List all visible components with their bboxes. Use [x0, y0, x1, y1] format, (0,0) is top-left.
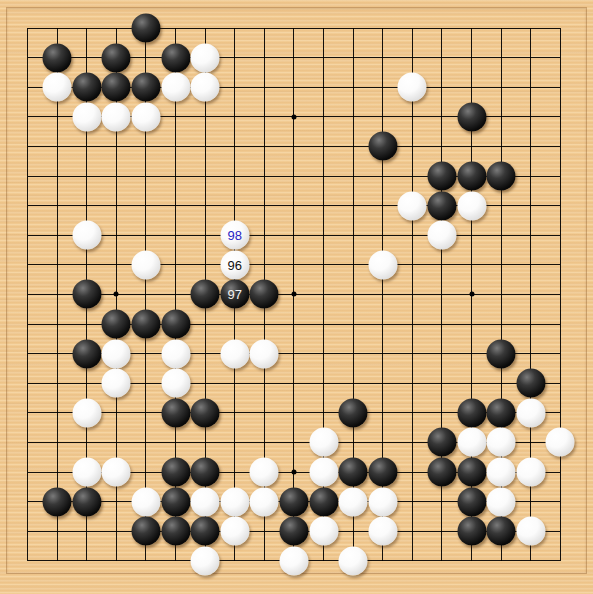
white-stone	[546, 428, 575, 457]
black-stone	[191, 280, 220, 309]
black-stone	[457, 162, 486, 191]
white-stone	[487, 458, 516, 487]
white-stone	[516, 458, 545, 487]
white-stone	[487, 487, 516, 516]
black-stone	[457, 517, 486, 546]
white-stone	[368, 517, 397, 546]
white-stone	[279, 546, 308, 575]
move-number-label: 98	[227, 229, 241, 242]
white-stone	[102, 458, 131, 487]
black-stone	[279, 517, 308, 546]
black-stone	[191, 458, 220, 487]
black-stone	[72, 73, 101, 102]
black-stone	[131, 310, 160, 339]
black-stone	[487, 517, 516, 546]
star-point	[114, 292, 119, 297]
white-stone	[309, 458, 338, 487]
white-stone	[457, 191, 486, 220]
white-stone	[131, 250, 160, 279]
white-stone	[72, 221, 101, 250]
black-stone	[427, 191, 456, 220]
white-stone	[191, 43, 220, 72]
black-stone	[72, 339, 101, 368]
black-stone	[487, 339, 516, 368]
white-stone	[398, 191, 427, 220]
black-stone	[102, 310, 131, 339]
white-stone	[102, 339, 131, 368]
white-stone	[368, 250, 397, 279]
white-stone	[72, 458, 101, 487]
black-stone	[427, 162, 456, 191]
white-stone	[102, 369, 131, 398]
black-stone	[487, 398, 516, 427]
black-stone	[161, 458, 190, 487]
white-stone	[516, 398, 545, 427]
black-stone	[368, 132, 397, 161]
white-stone	[250, 339, 279, 368]
black-stone	[131, 73, 160, 102]
black-stone	[43, 43, 72, 72]
white-stone	[339, 487, 368, 516]
black-stone	[102, 43, 131, 72]
black-stone	[457, 102, 486, 131]
star-point	[291, 470, 296, 475]
black-stone	[427, 458, 456, 487]
black-stone	[161, 487, 190, 516]
white-stone	[72, 102, 101, 131]
black-stone	[72, 280, 101, 309]
black-stone	[339, 458, 368, 487]
white-stone	[457, 428, 486, 457]
white-stone	[516, 517, 545, 546]
white-stone	[131, 102, 160, 131]
white-stone	[398, 73, 427, 102]
black-stone	[131, 517, 160, 546]
white-stone	[191, 487, 220, 516]
white-stone	[72, 398, 101, 427]
black-stone	[457, 487, 486, 516]
grid-line-vertical	[560, 28, 561, 561]
black-stone	[72, 487, 101, 516]
black-stone	[516, 369, 545, 398]
white-stone	[309, 428, 338, 457]
grid-line-vertical	[412, 28, 413, 561]
black-stone	[161, 517, 190, 546]
white-stone	[309, 517, 338, 546]
star-point	[291, 292, 296, 297]
white-stone	[43, 73, 72, 102]
white-stone	[368, 487, 397, 516]
black-stone	[191, 398, 220, 427]
star-point	[291, 114, 296, 119]
black-stone	[339, 398, 368, 427]
white-stone	[220, 487, 249, 516]
move-number-label: 96	[227, 258, 241, 271]
black-stone	[191, 517, 220, 546]
black-stone	[457, 458, 486, 487]
move-number-label: 97	[227, 288, 241, 301]
stone-move-97: 97	[220, 280, 249, 309]
stone-move-96: 96	[220, 250, 249, 279]
black-stone	[43, 487, 72, 516]
white-stone	[339, 546, 368, 575]
black-stone	[457, 398, 486, 427]
black-stone	[250, 280, 279, 309]
black-stone	[487, 162, 516, 191]
white-stone	[250, 458, 279, 487]
star-point	[469, 292, 474, 297]
white-stone	[220, 339, 249, 368]
go-board[interactable]: 989697	[0, 0, 593, 594]
black-stone	[102, 73, 131, 102]
white-stone	[487, 428, 516, 457]
white-stone	[191, 73, 220, 102]
black-stone	[161, 43, 190, 72]
white-stone	[427, 221, 456, 250]
black-stone	[427, 428, 456, 457]
white-stone	[161, 339, 190, 368]
stone-move-98: 98	[220, 221, 249, 250]
black-stone	[161, 398, 190, 427]
black-stone	[131, 14, 160, 43]
white-stone	[131, 487, 160, 516]
white-stone	[161, 369, 190, 398]
white-stone	[102, 102, 131, 131]
black-stone	[279, 487, 308, 516]
black-stone	[161, 310, 190, 339]
white-stone	[220, 517, 249, 546]
black-stone	[309, 487, 338, 516]
white-stone	[191, 546, 220, 575]
white-stone	[161, 73, 190, 102]
white-stone	[250, 487, 279, 516]
black-stone	[368, 458, 397, 487]
